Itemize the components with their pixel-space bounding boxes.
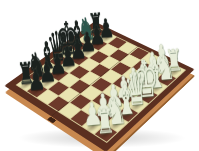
photo-scene: ♜♞♝♛♚♝♞♜♟♟♟♟♟♟♟♟♟♟♟♟♟♟♟♟♜♞♝♛♚♝♞♜ [0,0,199,151]
chessboard: ♜♞♝♛♚♝♞♜♟♟♟♟♟♟♟♟♟♟♟♟♟♟♟♟♜♞♝♛♚♝♞♜ [16,27,186,143]
square-e6 [80,58,99,70]
square-a1: ♜ [95,125,117,142]
chessboard-frame: ♜♞♝♛♚♝♞♜♟♟♟♟♟♟♟♟♟♟♟♟♟♟♟♟♜♞♝♛♚♝♞♜ [4,21,194,151]
